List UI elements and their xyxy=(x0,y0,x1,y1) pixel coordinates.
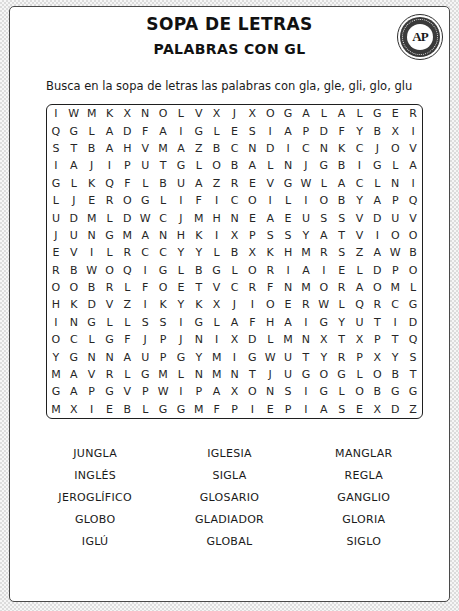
grid-cell-r4c2[interactable]: A xyxy=(65,157,83,174)
grid-cell-r11c2[interactable]: O xyxy=(65,279,83,296)
grid-cell-r8c15[interactable]: Y xyxy=(297,227,315,244)
grid-cell-r6c16[interactable]: O xyxy=(315,192,333,209)
grid-cell-r7c12[interactable]: E xyxy=(243,209,261,226)
grid-cell-r6c13[interactable]: I xyxy=(261,192,279,209)
grid-cell-r7c20[interactable]: U xyxy=(386,209,404,226)
grid-cell-r18c6[interactable]: L xyxy=(136,401,154,418)
grid-cell-r11c15[interactable]: M xyxy=(297,279,315,296)
grid-cell-r17c9[interactable]: P xyxy=(190,383,208,400)
grid-cell-r11c8[interactable]: E xyxy=(172,279,190,296)
grid-cell-r14c3[interactable]: L xyxy=(83,331,101,348)
grid-cell-r3c21[interactable]: V xyxy=(404,140,422,157)
grid-cell-r14c7[interactable]: P xyxy=(154,331,172,348)
grid-cell-r12c21[interactable]: G xyxy=(404,296,422,313)
grid-cell-r13c10[interactable]: L xyxy=(208,314,226,331)
grid-cell-r12c15[interactable]: R xyxy=(297,296,315,313)
grid-cell-r2c4[interactable]: A xyxy=(101,122,119,139)
grid-cell-r8c7[interactable]: N xyxy=(154,227,172,244)
grid-cell-r17c15[interactable]: I xyxy=(297,383,315,400)
grid-cell-r3c14[interactable]: I xyxy=(279,140,297,157)
grid-cell-r13c13[interactable]: H xyxy=(261,314,279,331)
grid-cell-r17c12[interactable]: O xyxy=(243,383,261,400)
grid-cell-r14c16[interactable]: X xyxy=(315,331,333,348)
grid-cell-r16c5[interactable]: L xyxy=(118,366,136,383)
grid-cell-r2c8[interactable]: I xyxy=(172,122,190,139)
grid-cell-r18c4[interactable]: E xyxy=(101,401,119,418)
grid-cell-r6c8[interactable]: I xyxy=(172,192,190,209)
grid-cell-r8c21[interactable]: O xyxy=(404,227,422,244)
grid-cell-r12c17[interactable]: L xyxy=(333,296,351,313)
grid-cell-r8c11[interactable]: X xyxy=(226,227,244,244)
grid-cell-r2c14[interactable]: A xyxy=(279,122,297,139)
grid-cell-r2c17[interactable]: F xyxy=(333,122,351,139)
grid-cell-r6c2[interactable]: J xyxy=(65,192,83,209)
grid-cell-r4c1[interactable]: I xyxy=(47,157,65,174)
grid-cell-r18c21[interactable]: Z xyxy=(404,401,422,418)
grid-cell-r17c4[interactable]: G xyxy=(101,383,119,400)
grid-cell-r9c14[interactable]: H xyxy=(279,244,297,261)
grid-cell-r1c20[interactable]: E xyxy=(386,105,404,122)
grid-cell-r16c11[interactable]: N xyxy=(226,366,244,383)
grid-cell-r8c8[interactable]: H xyxy=(172,227,190,244)
grid-cell-r18c3[interactable]: I xyxy=(83,401,101,418)
grid-cell-r10c20[interactable]: P xyxy=(386,262,404,279)
grid-cell-r18c5[interactable]: B xyxy=(118,401,136,418)
grid-cell-r9c19[interactable]: A xyxy=(368,244,386,261)
grid-cell-r14c9[interactable]: N xyxy=(190,331,208,348)
grid-cell-r7c13[interactable]: A xyxy=(261,209,279,226)
grid-cell-r18c19[interactable]: X xyxy=(368,401,386,418)
grid-cell-r4c18[interactable]: I xyxy=(351,157,369,174)
grid-cell-r8c2[interactable]: U xyxy=(65,227,83,244)
grid-cell-r1c13[interactable]: O xyxy=(261,105,279,122)
grid-cell-r3c20[interactable]: O xyxy=(386,140,404,157)
grid-cell-r12c20[interactable]: C xyxy=(386,296,404,313)
grid-cell-r5c4[interactable]: Q xyxy=(101,175,119,192)
grid-cell-r7c19[interactable]: D xyxy=(368,209,386,226)
grid-cell-r3c11[interactable]: C xyxy=(226,140,244,157)
grid-cell-r13c4[interactable]: L xyxy=(101,314,119,331)
grid-cell-r18c16[interactable]: A xyxy=(315,401,333,418)
grid-cell-r16c3[interactable]: V xyxy=(83,366,101,383)
grid-cell-r2c19[interactable]: B xyxy=(368,122,386,139)
grid-cell-r12c2[interactable]: K xyxy=(65,296,83,313)
grid-cell-r10c9[interactable]: B xyxy=(190,262,208,279)
grid-cell-r2c5[interactable]: D xyxy=(118,122,136,139)
grid-cell-r5c2[interactable]: L xyxy=(65,175,83,192)
grid-cell-r11c16[interactable]: O xyxy=(315,279,333,296)
grid-cell-r13c11[interactable]: A xyxy=(226,314,244,331)
grid-cell-r4c4[interactable]: I xyxy=(101,157,119,174)
grid-cell-r4c21[interactable]: A xyxy=(404,157,422,174)
grid-cell-r14c1[interactable]: O xyxy=(47,331,65,348)
grid-cell-r18c7[interactable]: G xyxy=(154,401,172,418)
grid-cell-r10c11[interactable]: L xyxy=(226,262,244,279)
grid-cell-r9c1[interactable]: E xyxy=(47,244,65,261)
grid-cell-r7c1[interactable]: U xyxy=(47,209,65,226)
grid-cell-r17c18[interactable]: O xyxy=(351,383,369,400)
grid-cell-r12c16[interactable]: W xyxy=(315,296,333,313)
grid-cell-r9c21[interactable]: B xyxy=(404,244,422,261)
grid-cell-r16c17[interactable]: G xyxy=(333,366,351,383)
grid-cell-r1c18[interactable]: L xyxy=(351,105,369,122)
grid-cell-r15c6[interactable]: U xyxy=(136,348,154,365)
grid-cell-r14c5[interactable]: F xyxy=(118,331,136,348)
grid-cell-r14c11[interactable]: X xyxy=(226,331,244,348)
grid-cell-r6c1[interactable]: L xyxy=(47,192,65,209)
grid-cell-r13c12[interactable]: F xyxy=(243,314,261,331)
grid-cell-r10c19[interactable]: D xyxy=(368,262,386,279)
grid-cell-r10c21[interactable]: O xyxy=(404,262,422,279)
grid-cell-r11c13[interactable]: F xyxy=(261,279,279,296)
grid-cell-r4c8[interactable]: G xyxy=(172,157,190,174)
grid-cell-r7c8[interactable]: J xyxy=(172,209,190,226)
grid-cell-r2c18[interactable]: Y xyxy=(351,122,369,139)
grid-cell-r4c20[interactable]: L xyxy=(386,157,404,174)
grid-cell-r15c21[interactable]: S xyxy=(404,348,422,365)
grid-cell-r15c3[interactable]: N xyxy=(83,348,101,365)
grid-cell-r3c6[interactable]: V xyxy=(136,140,154,157)
grid-cell-r13c9[interactable]: G xyxy=(190,314,208,331)
grid-cell-r6c3[interactable]: E xyxy=(83,192,101,209)
grid-cell-r16c19[interactable]: O xyxy=(368,366,386,383)
grid-cell-r17c16[interactable]: G xyxy=(315,383,333,400)
grid-cell-r1c11[interactable]: J xyxy=(226,105,244,122)
grid-cell-r10c4[interactable]: O xyxy=(101,262,119,279)
grid-cell-r5c6[interactable]: L xyxy=(136,175,154,192)
grid-cell-r7c11[interactable]: N xyxy=(226,209,244,226)
grid-cell-r16c13[interactable]: J xyxy=(261,366,279,383)
grid-cell-r13c14[interactable]: A xyxy=(279,314,297,331)
grid-cell-r4c3[interactable]: J xyxy=(83,157,101,174)
grid-cell-r1c12[interactable]: X xyxy=(243,105,261,122)
grid-cell-r15c20[interactable]: Y xyxy=(386,348,404,365)
grid-cell-r3c12[interactable]: N xyxy=(243,140,261,157)
grid-cell-r1c5[interactable]: X xyxy=(118,105,136,122)
grid-cell-r18c12[interactable]: I xyxy=(243,401,261,418)
grid-cell-r2c3[interactable]: L xyxy=(83,122,101,139)
grid-cell-r18c8[interactable]: G xyxy=(172,401,190,418)
grid-cell-r10c14[interactable]: I xyxy=(279,262,297,279)
grid-cell-r7c15[interactable]: U xyxy=(297,209,315,226)
grid-cell-r5c16[interactable]: L xyxy=(315,175,333,192)
grid-cell-r12c18[interactable]: Q xyxy=(351,296,369,313)
grid-cell-r4c19[interactable]: G xyxy=(368,157,386,174)
grid-cell-r18c18[interactable]: E xyxy=(351,401,369,418)
grid-cell-r4c11[interactable]: B xyxy=(226,157,244,174)
grid-cell-r14c13[interactable]: L xyxy=(261,331,279,348)
grid-cell-r14c21[interactable]: Q xyxy=(404,331,422,348)
grid-cell-r18c20[interactable]: D xyxy=(386,401,404,418)
grid-cell-r9c2[interactable]: V xyxy=(65,244,83,261)
grid-cell-r9c6[interactable]: C xyxy=(136,244,154,261)
grid-cell-r17c11[interactable]: X xyxy=(226,383,244,400)
grid-cell-r3c19[interactable]: J xyxy=(368,140,386,157)
grid-cell-r8c18[interactable]: V xyxy=(351,227,369,244)
grid-cell-r5c18[interactable]: C xyxy=(351,175,369,192)
grid-cell-r17c21[interactable]: G xyxy=(404,383,422,400)
grid-cell-r3c10[interactable]: B xyxy=(208,140,226,157)
grid-cell-r12c3[interactable]: D xyxy=(83,296,101,313)
grid-cell-r13c2[interactable]: N xyxy=(65,314,83,331)
grid-cell-r18c17[interactable]: S xyxy=(333,401,351,418)
grid-cell-r10c10[interactable]: G xyxy=(208,262,226,279)
grid-cell-r17c19[interactable]: B xyxy=(368,383,386,400)
grid-cell-r11c4[interactable]: R xyxy=(101,279,119,296)
grid-cell-r18c14[interactable]: P xyxy=(279,401,297,418)
grid-cell-r13c1[interactable]: I xyxy=(47,314,65,331)
grid-cell-r14c15[interactable]: N xyxy=(297,331,315,348)
grid-cell-r15c9[interactable]: Y xyxy=(190,348,208,365)
grid-cell-r4c5[interactable]: P xyxy=(118,157,136,174)
grid-cell-r10c3[interactable]: W xyxy=(83,262,101,279)
grid-cell-r18c10[interactable]: F xyxy=(208,401,226,418)
grid-cell-r12c4[interactable]: V xyxy=(101,296,119,313)
grid-cell-r7c4[interactable]: L xyxy=(101,209,119,226)
grid-cell-r2c11[interactable]: E xyxy=(226,122,244,139)
grid-cell-r2c15[interactable]: P xyxy=(297,122,315,139)
grid-cell-r17c3[interactable]: P xyxy=(83,383,101,400)
grid-cell-r13c19[interactable]: T xyxy=(368,314,386,331)
grid-cell-r8c6[interactable]: A xyxy=(136,227,154,244)
grid-cell-r12c14[interactable]: E xyxy=(279,296,297,313)
grid-cell-r13c16[interactable]: G xyxy=(315,314,333,331)
grid-cell-r6c21[interactable]: Q xyxy=(404,192,422,209)
grid-cell-r10c16[interactable]: I xyxy=(315,262,333,279)
grid-cell-r12c13[interactable]: O xyxy=(261,296,279,313)
grid-cell-r13c8[interactable]: I xyxy=(172,314,190,331)
grid-cell-r8c3[interactable]: N xyxy=(83,227,101,244)
grid-cell-r7c3[interactable]: M xyxy=(83,209,101,226)
grid-cell-r9c9[interactable]: Y xyxy=(190,244,208,261)
grid-cell-r1c10[interactable]: X xyxy=(208,105,226,122)
grid-cell-r3c5[interactable]: H xyxy=(118,140,136,157)
grid-cell-r5c11[interactable]: R xyxy=(226,175,244,192)
grid-cell-r3c2[interactable]: T xyxy=(65,140,83,157)
grid-cell-r10c2[interactable]: B xyxy=(65,262,83,279)
grid-cell-r16c10[interactable]: M xyxy=(208,366,226,383)
grid-cell-r10c12[interactable]: O xyxy=(243,262,261,279)
grid-cell-r4c6[interactable]: U xyxy=(136,157,154,174)
grid-cell-r11c5[interactable]: L xyxy=(118,279,136,296)
grid-cell-r14c4[interactable]: G xyxy=(101,331,119,348)
grid-cell-r6c12[interactable]: O xyxy=(243,192,261,209)
grid-cell-r16c7[interactable]: M xyxy=(154,366,172,383)
grid-cell-r16c12[interactable]: T xyxy=(243,366,261,383)
grid-cell-r4c9[interactable]: L xyxy=(190,157,208,174)
grid-cell-r17c2[interactable]: A xyxy=(65,383,83,400)
grid-cell-r4c12[interactable]: A xyxy=(243,157,261,174)
grid-cell-r16c16[interactable]: O xyxy=(315,366,333,383)
grid-cell-r8c5[interactable]: M xyxy=(118,227,136,244)
grid-cell-r15c10[interactable]: M xyxy=(208,348,226,365)
grid-cell-r11c1[interactable]: O xyxy=(47,279,65,296)
grid-cell-r1c6[interactable]: N xyxy=(136,105,154,122)
grid-cell-r12c19[interactable]: R xyxy=(368,296,386,313)
grid-cell-r15c13[interactable]: W xyxy=(261,348,279,365)
grid-cell-r16c4[interactable]: R xyxy=(101,366,119,383)
grid-cell-r7c5[interactable]: D xyxy=(118,209,136,226)
grid-cell-r7c7[interactable]: C xyxy=(154,209,172,226)
grid-cell-r8c17[interactable]: T xyxy=(333,227,351,244)
grid-cell-r15c15[interactable]: T xyxy=(297,348,315,365)
grid-cell-r8c14[interactable]: S xyxy=(279,227,297,244)
grid-cell-r5c15[interactable]: W xyxy=(297,175,315,192)
grid-cell-r5c19[interactable]: L xyxy=(368,175,386,192)
grid-cell-r1c17[interactable]: A xyxy=(333,105,351,122)
grid-cell-r11c17[interactable]: R xyxy=(333,279,351,296)
grid-cell-r11c21[interactable]: L xyxy=(404,279,422,296)
grid-cell-r15c5[interactable]: A xyxy=(118,348,136,365)
grid-cell-r8c20[interactable]: O xyxy=(386,227,404,244)
grid-cell-r13c18[interactable]: U xyxy=(351,314,369,331)
grid-cell-r10c5[interactable]: Q xyxy=(118,262,136,279)
grid-cell-r2c10[interactable]: L xyxy=(208,122,226,139)
grid-cell-r13c20[interactable]: I xyxy=(386,314,404,331)
grid-cell-r3c8[interactable]: A xyxy=(172,140,190,157)
grid-cell-r4c13[interactable]: L xyxy=(261,157,279,174)
grid-cell-r18c11[interactable]: P xyxy=(226,401,244,418)
grid-cell-r15c8[interactable]: G xyxy=(172,348,190,365)
grid-cell-r9c3[interactable]: I xyxy=(83,244,101,261)
grid-cell-r14c17[interactable]: T xyxy=(333,331,351,348)
grid-cell-r16c20[interactable]: B xyxy=(386,366,404,383)
grid-cell-r9c10[interactable]: L xyxy=(208,244,226,261)
grid-cell-r6c11[interactable]: C xyxy=(226,192,244,209)
grid-cell-r1c16[interactable]: L xyxy=(315,105,333,122)
grid-cell-r7c9[interactable]: M xyxy=(190,209,208,226)
grid-cell-r2c13[interactable]: I xyxy=(261,122,279,139)
grid-cell-r3c3[interactable]: B xyxy=(83,140,101,157)
grid-cell-r12c10[interactable]: X xyxy=(208,296,226,313)
grid-cell-r5c3[interactable]: K xyxy=(83,175,101,192)
grid-cell-r2c1[interactable]: Q xyxy=(47,122,65,139)
grid-cell-r15c11[interactable]: I xyxy=(226,348,244,365)
grid-cell-r15c18[interactable]: P xyxy=(351,348,369,365)
grid-cell-r16c18[interactable]: L xyxy=(351,366,369,383)
grid-cell-r5c12[interactable]: E xyxy=(243,175,261,192)
grid-cell-r13c6[interactable]: S xyxy=(136,314,154,331)
grid-cell-r9c13[interactable]: K xyxy=(261,244,279,261)
grid-cell-r10c13[interactable]: R xyxy=(261,262,279,279)
grid-cell-r5c20[interactable]: N xyxy=(386,175,404,192)
grid-cell-r11c12[interactable]: R xyxy=(243,279,261,296)
grid-cell-r15c4[interactable]: N xyxy=(101,348,119,365)
grid-cell-r16c2[interactable]: A xyxy=(65,366,83,383)
grid-cell-r4c14[interactable]: N xyxy=(279,157,297,174)
grid-cell-r1c15[interactable]: A xyxy=(297,105,315,122)
grid-cell-r13c15[interactable]: I xyxy=(297,314,315,331)
grid-cell-r7c10[interactable]: H xyxy=(208,209,226,226)
grid-cell-r13c21[interactable]: D xyxy=(404,314,422,331)
grid-cell-r7c6[interactable]: W xyxy=(136,209,154,226)
grid-cell-r14c2[interactable]: C xyxy=(65,331,83,348)
grid-cell-r12c6[interactable]: I xyxy=(136,296,154,313)
grid-cell-r15c2[interactable]: G xyxy=(65,348,83,365)
grid-cell-r9c15[interactable]: M xyxy=(297,244,315,261)
grid-cell-r6c19[interactable]: A xyxy=(368,192,386,209)
grid-cell-r2c9[interactable]: G xyxy=(190,122,208,139)
grid-cell-r11c9[interactable]: T xyxy=(190,279,208,296)
grid-cell-r13c3[interactable]: G xyxy=(83,314,101,331)
grid-cell-r17c7[interactable]: W xyxy=(154,383,172,400)
grid-cell-r4c10[interactable]: O xyxy=(208,157,226,174)
grid-cell-r16c1[interactable]: M xyxy=(47,366,65,383)
grid-cell-r4c15[interactable]: J xyxy=(297,157,315,174)
grid-cell-r5c5[interactable]: F xyxy=(118,175,136,192)
grid-cell-r5c1[interactable]: G xyxy=(47,175,65,192)
grid-cell-r14c18[interactable]: X xyxy=(351,331,369,348)
grid-cell-r15c7[interactable]: P xyxy=(154,348,172,365)
grid-cell-r1c7[interactable]: O xyxy=(154,105,172,122)
grid-cell-r15c16[interactable]: Y xyxy=(315,348,333,365)
grid-cell-r10c15[interactable]: A xyxy=(297,262,315,279)
grid-cell-r14c6[interactable]: J xyxy=(136,331,154,348)
grid-cell-r1c21[interactable]: R xyxy=(404,105,422,122)
grid-cell-r16c15[interactable]: G xyxy=(297,366,315,383)
grid-cell-r16c14[interactable]: U xyxy=(279,366,297,383)
grid-cell-r12c12[interactable]: I xyxy=(243,296,261,313)
grid-cell-r9c8[interactable]: Y xyxy=(172,244,190,261)
grid-cell-r14c19[interactable]: P xyxy=(368,331,386,348)
grid-cell-r11c6[interactable]: F xyxy=(136,279,154,296)
grid-cell-r9c11[interactable]: B xyxy=(226,244,244,261)
grid-cell-r5c14[interactable]: G xyxy=(279,175,297,192)
grid-cell-r5c7[interactable]: B xyxy=(154,175,172,192)
grid-cell-r3c16[interactable]: N xyxy=(315,140,333,157)
grid-cell-r14c20[interactable]: T xyxy=(386,331,404,348)
grid-cell-r2c12[interactable]: S xyxy=(243,122,261,139)
grid-cell-r15c17[interactable]: R xyxy=(333,348,351,365)
grid-cell-r7c21[interactable]: V xyxy=(404,209,422,226)
grid-cell-r17c5[interactable]: V xyxy=(118,383,136,400)
grid-cell-r14c10[interactable]: I xyxy=(208,331,226,348)
grid-cell-r2c2[interactable]: G xyxy=(65,122,83,139)
grid-cell-r17c17[interactable]: L xyxy=(333,383,351,400)
grid-cell-r3c4[interactable]: A xyxy=(101,140,119,157)
grid-cell-r18c2[interactable]: X xyxy=(65,401,83,418)
grid-cell-r17c6[interactable]: P xyxy=(136,383,154,400)
grid-cell-r1c3[interactable]: M xyxy=(83,105,101,122)
grid-cell-r2c6[interactable]: F xyxy=(136,122,154,139)
grid-cell-r6c7[interactable]: L xyxy=(154,192,172,209)
grid-cell-r4c17[interactable]: B xyxy=(333,157,351,174)
grid-cell-r4c16[interactable]: G xyxy=(315,157,333,174)
grid-cell-r11c3[interactable]: B xyxy=(83,279,101,296)
grid-cell-r9c7[interactable]: C xyxy=(154,244,172,261)
grid-cell-r17c14[interactable]: S xyxy=(279,383,297,400)
grid-cell-r6c18[interactable]: Y xyxy=(351,192,369,209)
grid-cell-r6c17[interactable]: B xyxy=(333,192,351,209)
grid-cell-r13c5[interactable]: L xyxy=(118,314,136,331)
grid-cell-r10c6[interactable]: I xyxy=(136,262,154,279)
grid-cell-r8c10[interactable]: I xyxy=(208,227,226,244)
grid-cell-r3c7[interactable]: M xyxy=(154,140,172,157)
grid-cell-r1c2[interactable]: W xyxy=(65,105,83,122)
grid-cell-r5c13[interactable]: V xyxy=(261,175,279,192)
grid-cell-r11c20[interactable]: M xyxy=(386,279,404,296)
grid-cell-r1c8[interactable]: L xyxy=(172,105,190,122)
grid-cell-r11c11[interactable]: C xyxy=(226,279,244,296)
grid-cell-r8c19[interactable]: I xyxy=(368,227,386,244)
grid-cell-r16c8[interactable]: L xyxy=(172,366,190,383)
grid-cell-r3c1[interactable]: S xyxy=(47,140,65,157)
grid-cell-r8c12[interactable]: P xyxy=(243,227,261,244)
grid-cell-r12c11[interactable]: J xyxy=(226,296,244,313)
grid-cell-r12c7[interactable]: K xyxy=(154,296,172,313)
grid-cell-r18c1[interactable]: M xyxy=(47,401,65,418)
grid-cell-r14c14[interactable]: M xyxy=(279,331,297,348)
